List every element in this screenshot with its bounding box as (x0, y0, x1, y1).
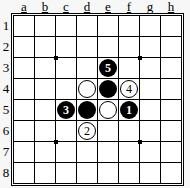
cell-b7[interactable] (35, 142, 55, 162)
cell-h5[interactable] (161, 100, 181, 120)
cell-b4[interactable] (35, 79, 55, 99)
cell-f6[interactable] (119, 121, 139, 141)
cell-b2[interactable] (35, 37, 55, 57)
cell-e3[interactable]: 5 (98, 58, 118, 78)
star-point (54, 140, 58, 144)
cell-f5[interactable]: 1 (119, 100, 139, 120)
cell-g3[interactable] (140, 58, 160, 78)
column-label-f: f (119, 0, 139, 13)
cell-d3[interactable] (77, 58, 97, 78)
cell-b5[interactable] (35, 100, 55, 120)
move-number: 5 (105, 62, 111, 74)
board-grid: 54312 (13, 15, 182, 184)
cell-f4[interactable]: 4 (119, 79, 139, 99)
disc-e3: 5 (99, 59, 117, 77)
cell-e2[interactable] (98, 37, 118, 57)
cell-g6[interactable] (140, 121, 160, 141)
cell-a3[interactable] (14, 58, 34, 78)
cell-a2[interactable] (14, 37, 34, 57)
cell-c6[interactable] (56, 121, 76, 141)
cell-a6[interactable] (14, 121, 34, 141)
cell-b1[interactable] (35, 16, 55, 36)
column-label-b: b (35, 0, 55, 13)
star-point (54, 56, 58, 60)
column-label-a: a (14, 0, 34, 13)
cell-e1[interactable] (98, 16, 118, 36)
cell-a5[interactable] (14, 100, 34, 120)
cell-h3[interactable] (161, 58, 181, 78)
cell-d5[interactable] (77, 100, 97, 120)
cell-h1[interactable] (161, 16, 181, 36)
column-label-c: c (56, 0, 76, 13)
star-point (138, 56, 142, 60)
cell-b6[interactable] (35, 121, 55, 141)
cell-a7[interactable] (14, 142, 34, 162)
cell-g8[interactable] (140, 163, 160, 183)
cell-d6[interactable]: 2 (77, 121, 97, 141)
cell-h4[interactable] (161, 79, 181, 99)
cell-f2[interactable] (119, 37, 139, 57)
cell-f3[interactable] (119, 58, 139, 78)
othello-diagram: abcdefgh 12345678 54312 (0, 0, 190, 188)
cell-c3[interactable] (56, 58, 76, 78)
cell-c5[interactable]: 3 (56, 100, 76, 120)
cell-h7[interactable] (161, 142, 181, 162)
cell-d1[interactable] (77, 16, 97, 36)
cell-f8[interactable] (119, 163, 139, 183)
cell-e6[interactable] (98, 121, 118, 141)
column-label-e: e (98, 0, 118, 13)
cell-b8[interactable] (35, 163, 55, 183)
cell-a4[interactable] (14, 79, 34, 99)
cell-a1[interactable] (14, 16, 34, 36)
cell-e5[interactable] (98, 100, 118, 120)
disc-c5: 3 (57, 101, 75, 119)
cell-g1[interactable] (140, 16, 160, 36)
disc-e5 (99, 101, 117, 119)
cell-h8[interactable] (161, 163, 181, 183)
cell-d7[interactable] (77, 142, 97, 162)
cell-h6[interactable] (161, 121, 181, 141)
column-label-g: g (140, 0, 160, 13)
cell-e4[interactable] (98, 79, 118, 99)
cell-e7[interactable] (98, 142, 118, 162)
cell-g7[interactable] (140, 142, 160, 162)
move-number: 2 (84, 125, 90, 137)
disc-e4 (99, 80, 117, 98)
move-number: 4 (126, 83, 132, 95)
disc-d4 (78, 80, 96, 98)
star-point (138, 140, 142, 144)
disc-d5 (78, 101, 96, 119)
cell-d2[interactable] (77, 37, 97, 57)
cell-g4[interactable] (140, 79, 160, 99)
cell-c7[interactable] (56, 142, 76, 162)
cell-d8[interactable] (77, 163, 97, 183)
cell-h2[interactable] (161, 37, 181, 57)
column-labels: abcdefgh (14, 0, 181, 13)
disc-f5: 1 (120, 101, 138, 119)
cell-f7[interactable] (119, 142, 139, 162)
column-label-h: h (161, 0, 181, 13)
cell-b3[interactable] (35, 58, 55, 78)
cell-c1[interactable] (56, 16, 76, 36)
cell-f1[interactable] (119, 16, 139, 36)
disc-f4: 4 (120, 80, 138, 98)
cell-c4[interactable] (56, 79, 76, 99)
move-number: 1 (126, 104, 132, 116)
cell-g2[interactable] (140, 37, 160, 57)
cell-d4[interactable] (77, 79, 97, 99)
cell-e8[interactable] (98, 163, 118, 183)
column-label-d: d (77, 0, 97, 13)
cell-c8[interactable] (56, 163, 76, 183)
cell-a8[interactable] (14, 163, 34, 183)
cell-g5[interactable] (140, 100, 160, 120)
move-number: 3 (63, 104, 69, 116)
disc-d6: 2 (78, 122, 96, 140)
cell-c2[interactable] (56, 37, 76, 57)
board: 54312 (11, 13, 184, 186)
